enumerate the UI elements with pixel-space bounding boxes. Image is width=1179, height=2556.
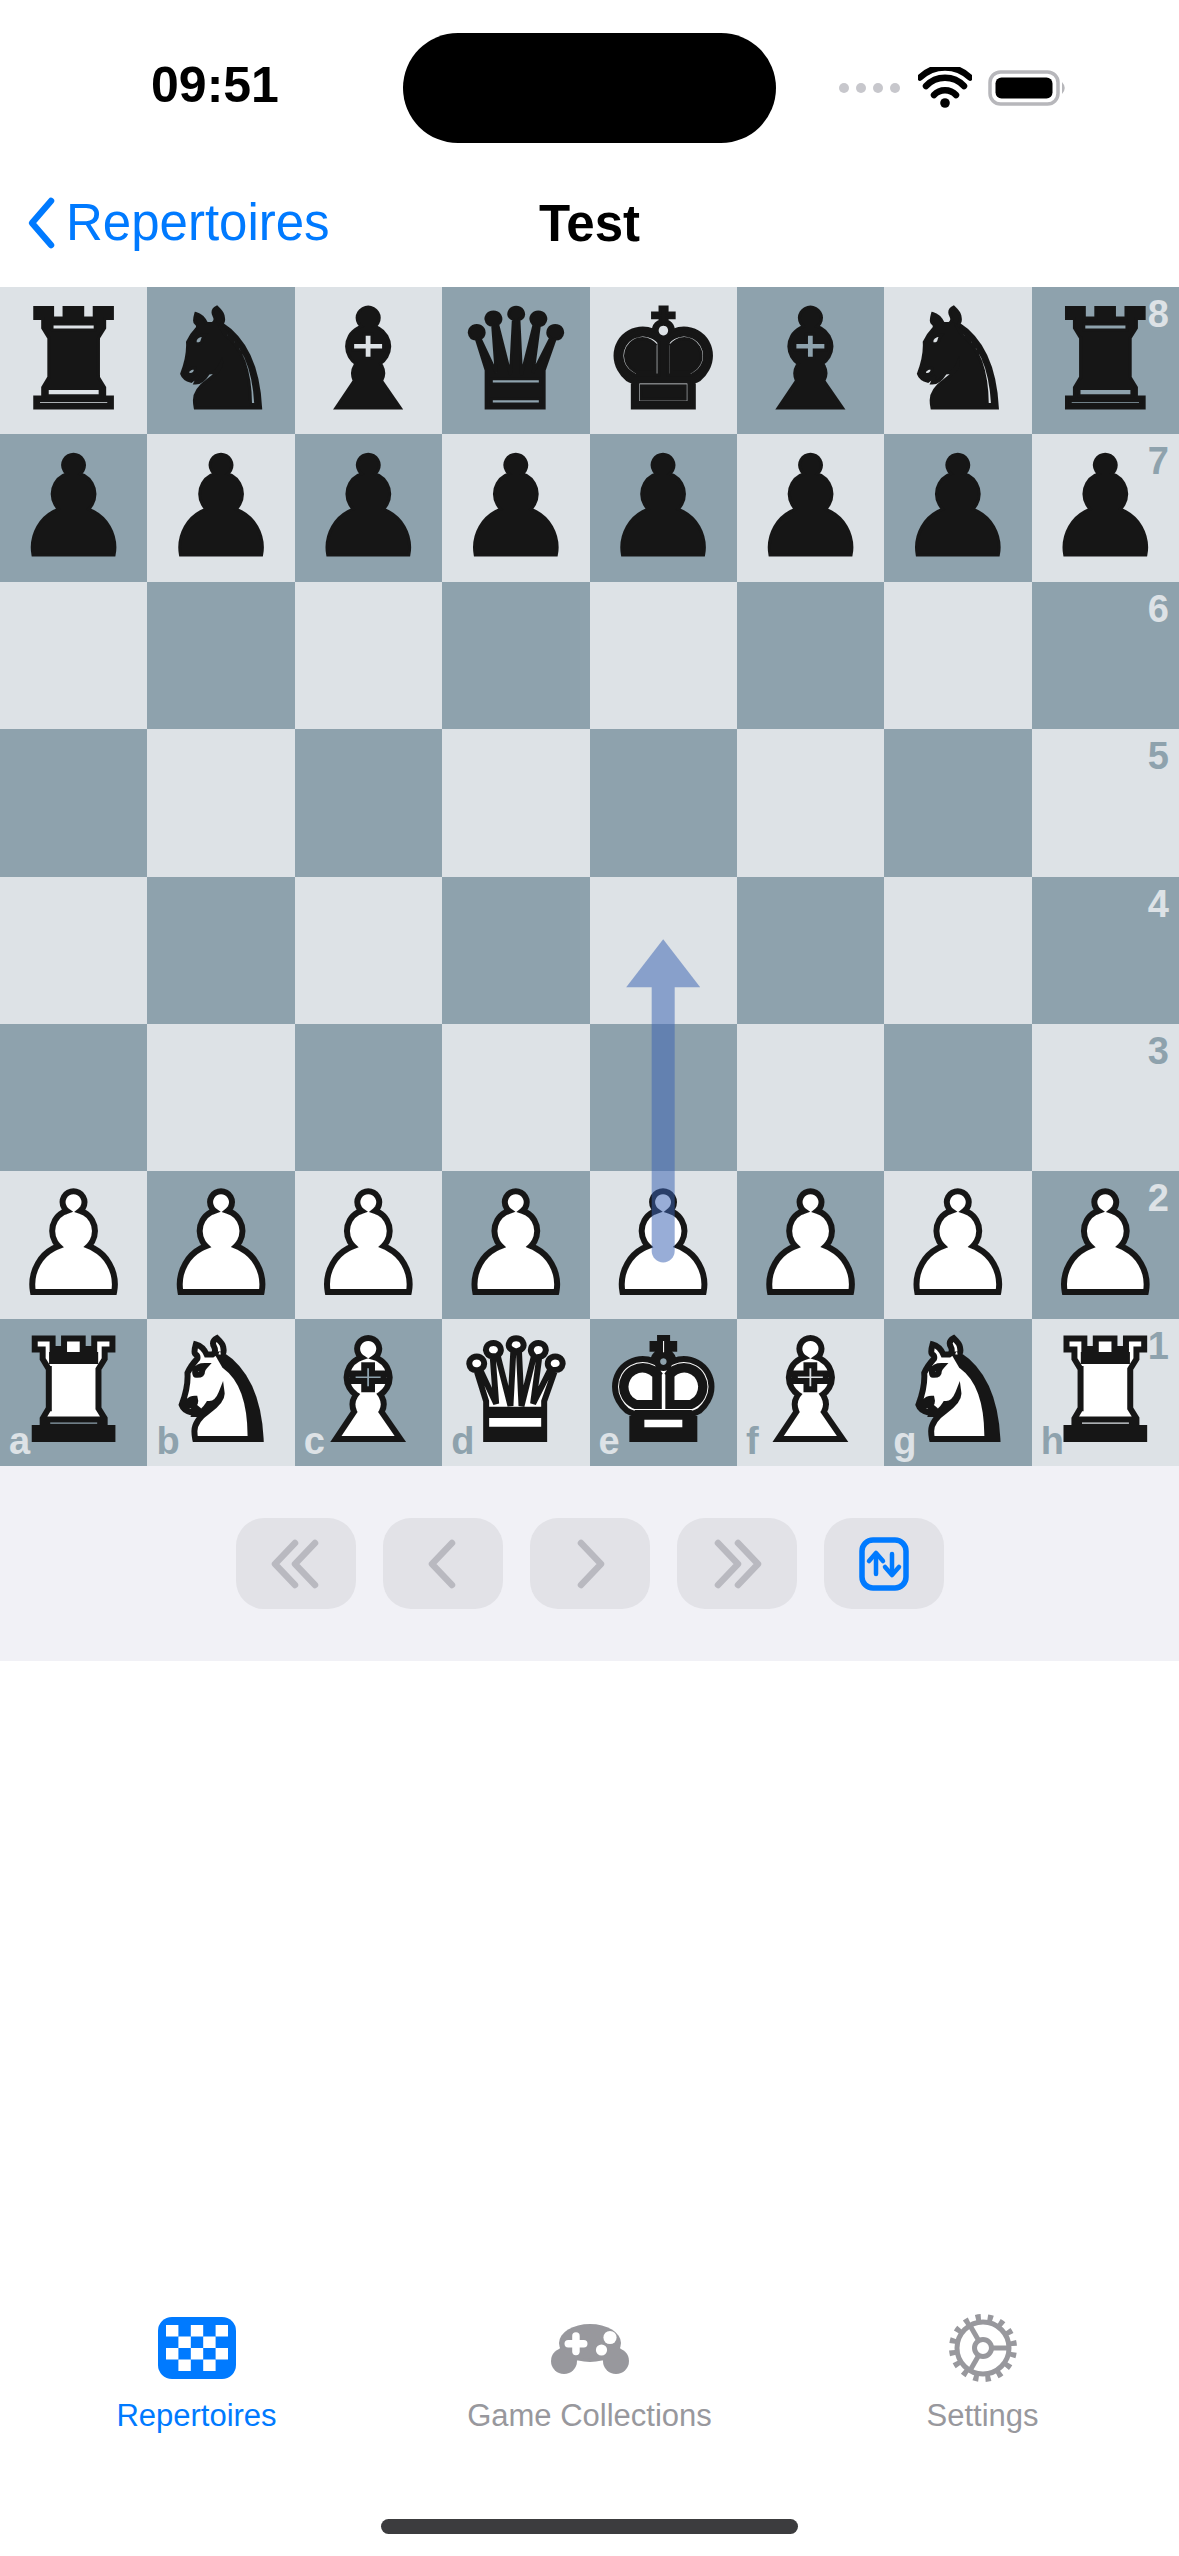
game-controller-icon: [549, 2317, 631, 2379]
square-e6[interactable]: [590, 582, 737, 729]
piece-white-bishop[interactable]: ♝: [307, 1323, 431, 1461]
forward-one-move-button[interactable]: [530, 1518, 650, 1609]
square-d1[interactable]: ♛d: [442, 1319, 589, 1466]
tab-label: Game Collections: [467, 2398, 712, 2434]
rank-label-3: 3: [1148, 1032, 1169, 1070]
cellular-dots-icon: [838, 82, 902, 94]
piece-white-pawn[interactable]: ♟: [159, 1176, 283, 1314]
square-e5[interactable]: [590, 729, 737, 876]
square-d3[interactable]: [442, 1024, 589, 1171]
square-b4[interactable]: [147, 877, 294, 1024]
page-title: Test: [0, 194, 1179, 253]
rank-label-8: 8: [1148, 295, 1169, 333]
status-bar: 09:51: [0, 0, 1179, 160]
square-f6[interactable]: [737, 582, 884, 729]
square-a1[interactable]: ♜a: [0, 1319, 147, 1466]
square-c8[interactable]: ♝: [295, 287, 442, 434]
tab-settings[interactable]: Settings: [786, 2312, 1179, 2472]
square-g5[interactable]: [884, 729, 1031, 876]
status-icons: [838, 60, 1088, 116]
square-g4[interactable]: [884, 877, 1031, 1024]
rank-label-6: 6: [1148, 590, 1169, 628]
piece-black-queen[interactable]: ♛: [454, 292, 578, 430]
back-one-move-button[interactable]: [383, 1518, 503, 1609]
piece-black-pawn[interactable]: ♟: [12, 439, 136, 577]
dynamic-island: [403, 33, 776, 143]
file-label-g: g: [893, 1422, 916, 1460]
tab-repertoires[interactable]: Repertoires: [0, 2312, 393, 2472]
chevron-left-icon: [423, 1538, 463, 1590]
square-b2[interactable]: ♟: [147, 1171, 294, 1318]
square-d6[interactable]: [442, 582, 589, 729]
square-a3[interactable]: [0, 1024, 147, 1171]
file-label-b: b: [156, 1422, 179, 1460]
square-b3[interactable]: [147, 1024, 294, 1171]
square-c6[interactable]: [295, 582, 442, 729]
move-controls: [0, 1466, 1179, 1661]
go-to-start-button[interactable]: [236, 1518, 356, 1609]
piece-black-pawn[interactable]: ♟: [454, 439, 578, 577]
square-f3[interactable]: [737, 1024, 884, 1171]
square-c7[interactable]: ♟: [295, 434, 442, 581]
piece-black-king[interactable]: ♚: [601, 292, 725, 430]
square-e4[interactable]: [590, 877, 737, 1024]
square-c5[interactable]: [295, 729, 442, 876]
piece-white-bishop[interactable]: ♝: [749, 1323, 873, 1461]
file-label-h: h: [1041, 1422, 1064, 1460]
chess-board: ♜♞♝♛♚♝♞♜8♟♟♟♟♟♟♟♟76543♟♟♟♟♟♟♟♟2♜a♞b♝c♛d♚…: [0, 287, 1179, 1466]
piece-white-pawn[interactable]: ♟: [749, 1176, 873, 1314]
square-h8[interactable]: ♜8: [1032, 287, 1179, 434]
square-f1[interactable]: ♝f: [737, 1319, 884, 1466]
square-e1[interactable]: ♚e: [590, 1319, 737, 1466]
file-label-e: e: [599, 1422, 620, 1460]
square-f8[interactable]: ♝: [737, 287, 884, 434]
square-h4[interactable]: 4: [1032, 877, 1179, 1024]
square-a8[interactable]: ♜: [0, 287, 147, 434]
square-d7[interactable]: ♟: [442, 434, 589, 581]
piece-black-rook[interactable]: ♜: [12, 292, 136, 430]
chevrons-right-icon: [708, 1538, 766, 1590]
square-a6[interactable]: [0, 582, 147, 729]
chevron-right-icon: [570, 1538, 610, 1590]
rank-label-1: 1: [1148, 1327, 1169, 1365]
square-c1[interactable]: ♝c: [295, 1319, 442, 1466]
square-b1[interactable]: ♞b: [147, 1319, 294, 1466]
piece-white-pawn[interactable]: ♟: [896, 1176, 1020, 1314]
square-g1[interactable]: ♞g: [884, 1319, 1031, 1466]
battery-icon: [988, 69, 1070, 107]
square-d4[interactable]: [442, 877, 589, 1024]
square-g8[interactable]: ♞: [884, 287, 1031, 434]
piece-white-pawn[interactable]: ♟: [12, 1176, 136, 1314]
square-d8[interactable]: ♛: [442, 287, 589, 434]
tab-bar: Repertoires: [0, 2312, 1179, 2472]
flip-board-icon: [857, 1536, 911, 1592]
square-h3[interactable]: 3: [1032, 1024, 1179, 1171]
file-label-c: c: [304, 1422, 325, 1460]
file-label-d: d: [451, 1422, 474, 1460]
square-d2[interactable]: ♟: [442, 1171, 589, 1318]
piece-black-pawn[interactable]: ♟: [749, 439, 873, 577]
square-a7[interactable]: ♟: [0, 434, 147, 581]
square-e8[interactable]: ♚: [590, 287, 737, 434]
piece-black-pawn[interactable]: ♟: [601, 439, 725, 577]
square-f2[interactable]: ♟: [737, 1171, 884, 1318]
piece-black-pawn[interactable]: ♟: [896, 439, 1020, 577]
square-c3[interactable]: [295, 1024, 442, 1171]
home-indicator[interactable]: [381, 2519, 798, 2534]
square-f7[interactable]: ♟: [737, 434, 884, 581]
square-f4[interactable]: [737, 877, 884, 1024]
piece-white-pawn[interactable]: ♟: [601, 1176, 725, 1314]
rank-label-7: 7: [1148, 442, 1169, 480]
tab-game-collections[interactable]: Game Collections: [393, 2312, 786, 2472]
square-b5[interactable]: [147, 729, 294, 876]
piece-black-knight[interactable]: ♞: [896, 292, 1020, 430]
piece-black-knight[interactable]: ♞: [159, 292, 283, 430]
square-h2[interactable]: ♟2: [1032, 1171, 1179, 1318]
tab-label: Settings: [926, 2398, 1038, 2434]
square-g6[interactable]: [884, 582, 1031, 729]
square-h5[interactable]: 5: [1032, 729, 1179, 876]
rank-label-4: 4: [1148, 885, 1169, 923]
rank-label-5: 5: [1148, 737, 1169, 775]
square-e2[interactable]: ♟: [590, 1171, 737, 1318]
tab-label: Repertoires: [116, 2398, 276, 2434]
square-e3[interactable]: [590, 1024, 737, 1171]
piece-black-bishop[interactable]: ♝: [307, 292, 431, 430]
square-a2[interactable]: ♟: [0, 1171, 147, 1318]
go-to-end-button[interactable]: [677, 1518, 797, 1609]
piece-white-rook[interactable]: ♜: [12, 1323, 136, 1461]
square-c4[interactable]: [295, 877, 442, 1024]
status-time: 09:51: [120, 56, 310, 114]
rank-label-2: 2: [1148, 1179, 1169, 1217]
square-b8[interactable]: ♞: [147, 287, 294, 434]
piece-white-pawn[interactable]: ♟: [454, 1176, 578, 1314]
square-g2[interactable]: ♟: [884, 1171, 1031, 1318]
square-f5[interactable]: [737, 729, 884, 876]
checkerboard-icon: [158, 2317, 236, 2379]
gear-icon: [946, 2311, 1020, 2385]
square-g7[interactable]: ♟: [884, 434, 1031, 581]
square-a4[interactable]: [0, 877, 147, 1024]
piece-white-pawn[interactable]: ♟: [307, 1176, 431, 1314]
square-h6[interactable]: 6: [1032, 582, 1179, 729]
app-screen: 09:51 Repertoires: [0, 0, 1179, 2556]
square-b6[interactable]: [147, 582, 294, 729]
piece-white-king[interactable]: ♚: [601, 1323, 725, 1461]
wifi-icon: [918, 67, 972, 109]
square-g3[interactable]: [884, 1024, 1031, 1171]
file-label-a: a: [9, 1422, 30, 1460]
nav-bar: Repertoires Test: [0, 160, 1179, 287]
square-b7[interactable]: ♟: [147, 434, 294, 581]
square-h7[interactable]: ♟7: [1032, 434, 1179, 581]
piece-black-pawn[interactable]: ♟: [307, 439, 431, 577]
piece-black-bishop[interactable]: ♝: [749, 292, 873, 430]
piece-black-pawn[interactable]: ♟: [159, 439, 283, 577]
chevrons-left-icon: [267, 1538, 325, 1590]
square-c2[interactable]: ♟: [295, 1171, 442, 1318]
square-h1[interactable]: ♜1h: [1032, 1319, 1179, 1466]
file-label-f: f: [746, 1422, 759, 1460]
square-d5[interactable]: [442, 729, 589, 876]
square-a5[interactable]: [0, 729, 147, 876]
flip-board-button[interactable]: [824, 1518, 944, 1609]
square-e7[interactable]: ♟: [590, 434, 737, 581]
